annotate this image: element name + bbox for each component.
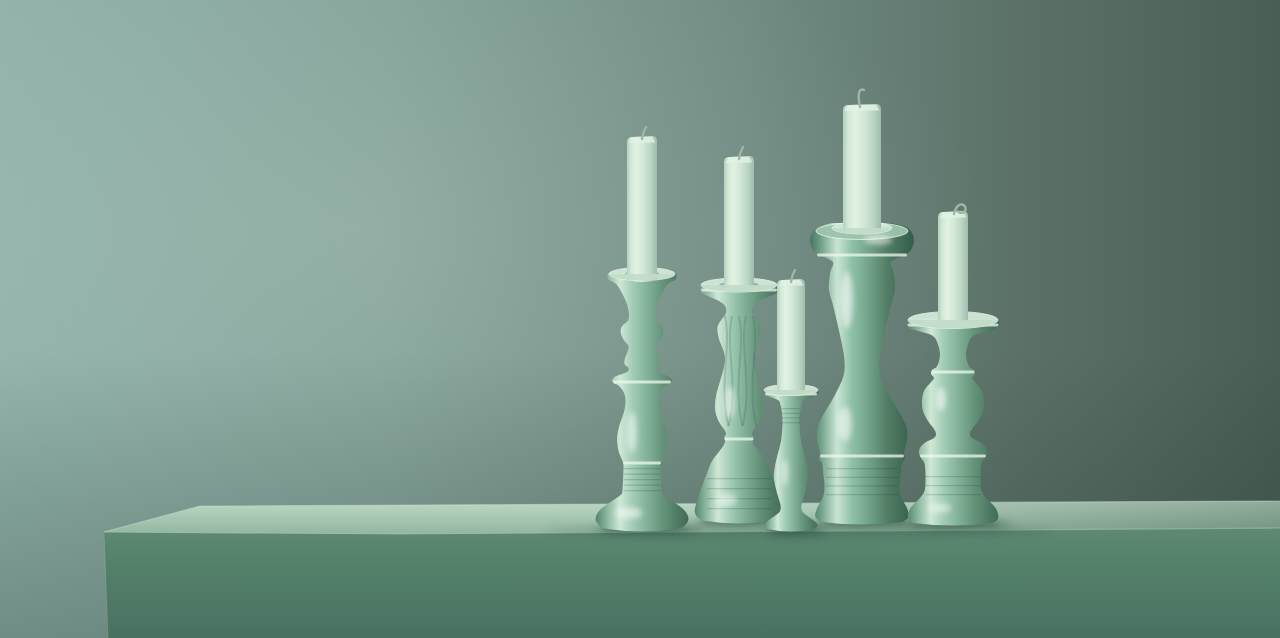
highlight-band — [932, 371, 975, 374]
highlight-band — [613, 381, 671, 384]
candle-bevel-top — [845, 105, 880, 111]
rib-line — [707, 478, 771, 479]
rib-line — [707, 498, 771, 499]
specular-highlight — [936, 387, 946, 411]
specular-highlight — [864, 235, 892, 245]
highlight-band — [820, 455, 904, 458]
specular-highlight — [725, 386, 735, 418]
specular-highlight — [782, 459, 789, 485]
specular-highlight — [717, 494, 737, 506]
rib-line — [624, 468, 661, 469]
candle-2 — [724, 156, 754, 290]
scene-photo: Five turned sea-green ceramic candlestic… — [0, 0, 1280, 638]
rib-line — [926, 485, 981, 486]
rib-line — [624, 474, 661, 475]
rib-line — [782, 413, 800, 414]
candle-5 — [938, 211, 968, 323]
rib-line — [624, 490, 661, 491]
candle-3 — [777, 279, 805, 393]
rib-line — [826, 468, 898, 469]
specular-highlight — [616, 507, 642, 519]
rib-line — [782, 417, 800, 418]
rib-line — [782, 422, 800, 423]
still-life-svg: Five turned sea-green ceramic candlestic… — [0, 0, 1280, 638]
rib-line — [826, 477, 898, 478]
highlight-band — [725, 438, 754, 441]
candle-1 — [627, 136, 657, 282]
rib-line — [826, 494, 898, 495]
candle-4 — [843, 104, 881, 234]
rib-line — [782, 408, 800, 409]
specular-highlight — [627, 412, 637, 452]
specular-highlight — [838, 407, 852, 441]
highlight-band — [623, 462, 661, 465]
highlight-band — [920, 455, 986, 458]
rib-line — [826, 485, 898, 486]
table-front-face — [104, 528, 1280, 638]
rib-line — [707, 508, 771, 509]
rib-line — [624, 485, 661, 486]
rib-line — [926, 476, 981, 477]
specular-highlight — [929, 503, 951, 513]
specular-highlight — [841, 272, 853, 328]
rib-line — [707, 488, 771, 489]
highlight-band — [817, 254, 907, 257]
rib-line — [624, 479, 661, 480]
rib-line — [926, 494, 981, 495]
